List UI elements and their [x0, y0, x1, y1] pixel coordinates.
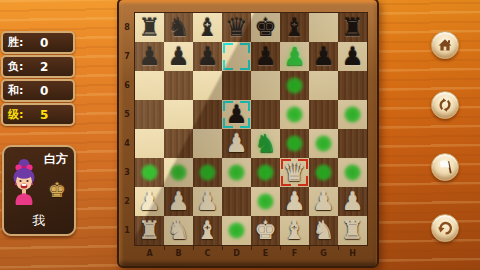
rank-label-6: 6: [119, 71, 135, 100]
square-g2[interactable]: ♟: [309, 187, 338, 216]
square-d7[interactable]: [222, 42, 251, 71]
square-h1[interactable]: ♜: [338, 216, 367, 245]
black-pawn: ♟: [193, 42, 222, 71]
square-d8[interactable]: ♛: [222, 13, 251, 42]
white-king: ♚: [251, 216, 280, 245]
square-a1[interactable]: ♜: [135, 216, 164, 245]
square-a3[interactable]: [135, 158, 164, 187]
level-stat: 级: 5: [1, 103, 75, 126]
square-d1[interactable]: [222, 216, 251, 245]
white-pawn: ♟: [309, 187, 338, 216]
square-g3[interactable]: [309, 158, 338, 187]
square-a4[interactable]: [135, 129, 164, 158]
white-bishop: ♝: [193, 216, 222, 245]
square-f4[interactable]: [280, 129, 309, 158]
white-bishop: ♝: [280, 216, 309, 245]
rank-label-8: 8: [119, 13, 135, 42]
black-rook: ♜: [135, 13, 164, 42]
square-c1[interactable]: ♝: [193, 216, 222, 245]
white-rook: ♜: [338, 216, 367, 245]
black-pawn: ♟: [251, 42, 280, 71]
square-b7[interactable]: ♟: [164, 42, 193, 71]
square-a5[interactable]: [135, 100, 164, 129]
legal-move-dot: [198, 163, 217, 182]
file-label-h: H: [338, 245, 367, 261]
frame-tick: [338, 246, 339, 250]
square-a2[interactable]: ♟: [135, 187, 164, 216]
black-rook: ♜: [338, 13, 367, 42]
white-pawn: ♟: [135, 187, 164, 216]
square-c4[interactable]: [193, 129, 222, 158]
resign-flag-icon: [437, 159, 453, 175]
square-e7[interactable]: ♟: [251, 42, 280, 71]
white-pawn: ♟: [222, 129, 251, 158]
frame-tick: [309, 246, 310, 250]
player-panel: 白方 ♚ 我: [2, 145, 76, 236]
white-king-crown-icon: ♚: [48, 180, 66, 200]
legal-move-dot: [343, 105, 362, 124]
rank-label-4: 4: [119, 129, 135, 158]
home-button[interactable]: [431, 31, 459, 59]
square-d4[interactable]: ♟: [222, 129, 251, 158]
legal-move-dot: [256, 192, 275, 211]
file-label-c: C: [193, 245, 222, 261]
black-knight: ♞: [251, 129, 280, 158]
undo-arrow-icon: [437, 220, 453, 236]
square-c8[interactable]: ♝: [193, 13, 222, 42]
square-b8[interactable]: ♞: [164, 13, 193, 42]
file-label-b: B: [164, 245, 193, 261]
square-f6[interactable]: [280, 71, 309, 100]
side-label: 白方: [44, 151, 68, 168]
legal-move-dot: [314, 134, 333, 153]
square-g6[interactable]: [309, 71, 338, 100]
black-queen: ♛: [222, 13, 251, 42]
player-avatar: [9, 158, 41, 205]
resign-button[interactable]: [431, 153, 459, 181]
square-c5[interactable]: [193, 100, 222, 129]
legal-move-dot: [285, 134, 304, 153]
square-e5[interactable]: [251, 100, 280, 129]
square-e1[interactable]: ♚: [251, 216, 280, 245]
square-f2[interactable]: ♟: [280, 187, 309, 216]
flip-rotate-icon: [437, 97, 453, 113]
file-label-g: G: [309, 245, 338, 261]
file-label-e: E: [251, 245, 280, 261]
draws-stat: 和: 0: [1, 79, 75, 102]
black-pawn: ♟: [280, 42, 309, 71]
file-label-f: F: [280, 245, 309, 261]
square-a6[interactable]: [135, 71, 164, 100]
square-h3[interactable]: [338, 158, 367, 187]
square-b3[interactable]: [164, 158, 193, 187]
square-b1[interactable]: ♞: [164, 216, 193, 245]
legal-move-dot: [169, 163, 188, 182]
rank-labels: 8 7 6 5 4 3 2 1: [119, 13, 135, 245]
white-pawn: ♟: [338, 187, 367, 216]
black-king: ♚: [251, 13, 280, 42]
white-pawn: ♟: [280, 187, 309, 216]
square-c6[interactable]: [193, 71, 222, 100]
square-f3[interactable]: ♛: [280, 158, 309, 187]
square-h7[interactable]: ♟: [338, 42, 367, 71]
legal-move-dot: [227, 163, 246, 182]
square-h2[interactable]: ♟: [338, 187, 367, 216]
square-e6[interactable]: [251, 71, 280, 100]
board-grid: ♜♞♝♛♚♝♜♟♟♟♟♟♟♟♟♟♞♛♟♟♟♟♟♟♜♞♝♚♝♞♜: [135, 13, 367, 245]
flip-board-button[interactable]: [431, 91, 459, 119]
black-pawn: ♟: [164, 42, 193, 71]
undo-button[interactable]: [431, 214, 459, 242]
square-d6[interactable]: [222, 71, 251, 100]
legal-move-dot: [343, 163, 362, 182]
square-b4[interactable]: [164, 129, 193, 158]
level-value: 5: [23, 108, 65, 122]
square-h8[interactable]: ♜: [338, 13, 367, 42]
square-g5[interactable]: [309, 100, 338, 129]
white-knight: ♞: [309, 216, 338, 245]
wins-stat: 胜: 0: [1, 31, 75, 54]
square-d3[interactable]: [222, 158, 251, 187]
level-label: 级:: [3, 107, 23, 122]
square-d2[interactable]: [222, 187, 251, 216]
square-d5[interactable]: ♟: [222, 100, 251, 129]
square-h6[interactable]: [338, 71, 367, 100]
square-c7[interactable]: ♟: [193, 42, 222, 71]
black-bishop: ♝: [280, 13, 309, 42]
home-icon: [437, 37, 453, 53]
losses-value: 2: [23, 60, 65, 74]
draws-label: 和:: [3, 83, 23, 98]
legal-move-dot: [285, 76, 304, 95]
black-pawn: ♟: [338, 42, 367, 71]
wins-value: 0: [23, 36, 65, 50]
rank-label-1: 1: [119, 216, 135, 245]
player-name: 我: [4, 212, 74, 230]
frame-tick: [251, 246, 252, 250]
square-f1[interactable]: ♝: [280, 216, 309, 245]
legal-move-dot: [256, 163, 275, 182]
wins-label: 胜:: [3, 35, 23, 50]
square-f5[interactable]: [280, 100, 309, 129]
rank-label-7: 7: [119, 42, 135, 71]
white-rook: ♜: [135, 216, 164, 245]
square-f8[interactable]: ♝: [280, 13, 309, 42]
square-a8[interactable]: ♜: [135, 13, 164, 42]
white-knight: ♞: [164, 216, 193, 245]
legal-move-dot: [314, 163, 333, 182]
square-g8[interactable]: [309, 13, 338, 42]
legal-move-dot: [227, 221, 246, 240]
square-h4[interactable]: [338, 129, 367, 158]
square-b6[interactable]: [164, 71, 193, 100]
frame-tick: [164, 246, 165, 250]
file-label-d: D: [222, 245, 251, 261]
frame-tick: [193, 246, 194, 250]
black-pawn: ♟: [135, 42, 164, 71]
draws-value: 0: [23, 84, 65, 98]
white-pawn: ♟: [193, 187, 222, 216]
square-g7[interactable]: ♟: [309, 42, 338, 71]
square-g1[interactable]: ♞: [309, 216, 338, 245]
losses-label: 负:: [3, 59, 23, 74]
black-knight: ♞: [164, 13, 193, 42]
chess-app: 胜: 0 负: 2 和: 0 级: 5 白方: [0, 0, 480, 270]
legal-move-dot: [285, 105, 304, 124]
black-pawn: ♟: [309, 42, 338, 71]
chess-board: 8 7 6 5 4 3 2 1 ♜♞♝♛♚♝♜♟♟♟♟♟♟♟♟♟♞♛♟♟♟♟♟♟…: [117, 0, 379, 268]
square-e2[interactable]: [251, 187, 280, 216]
square-a7[interactable]: ♟: [135, 42, 164, 71]
square-e4[interactable]: ♞: [251, 129, 280, 158]
file-label-a: A: [135, 245, 164, 261]
square-e3[interactable]: [251, 158, 280, 187]
rank-label-2: 2: [119, 187, 135, 216]
square-c2[interactable]: ♟: [193, 187, 222, 216]
rank-label-3: 3: [119, 158, 135, 187]
square-g4[interactable]: [309, 129, 338, 158]
square-c3[interactable]: [193, 158, 222, 187]
losses-stat: 负: 2: [1, 55, 75, 78]
rank-label-5: 5: [119, 100, 135, 129]
square-b5[interactable]: [164, 100, 193, 129]
square-h5[interactable]: [338, 100, 367, 129]
square-e8[interactable]: ♚: [251, 13, 280, 42]
frame-tick: [222, 246, 223, 250]
square-f7[interactable]: ♟: [280, 42, 309, 71]
black-bishop: ♝: [193, 13, 222, 42]
square-b2[interactable]: ♟: [164, 187, 193, 216]
frame-tick: [280, 246, 281, 250]
legal-move-dot: [140, 163, 159, 182]
white-pawn: ♟: [164, 187, 193, 216]
